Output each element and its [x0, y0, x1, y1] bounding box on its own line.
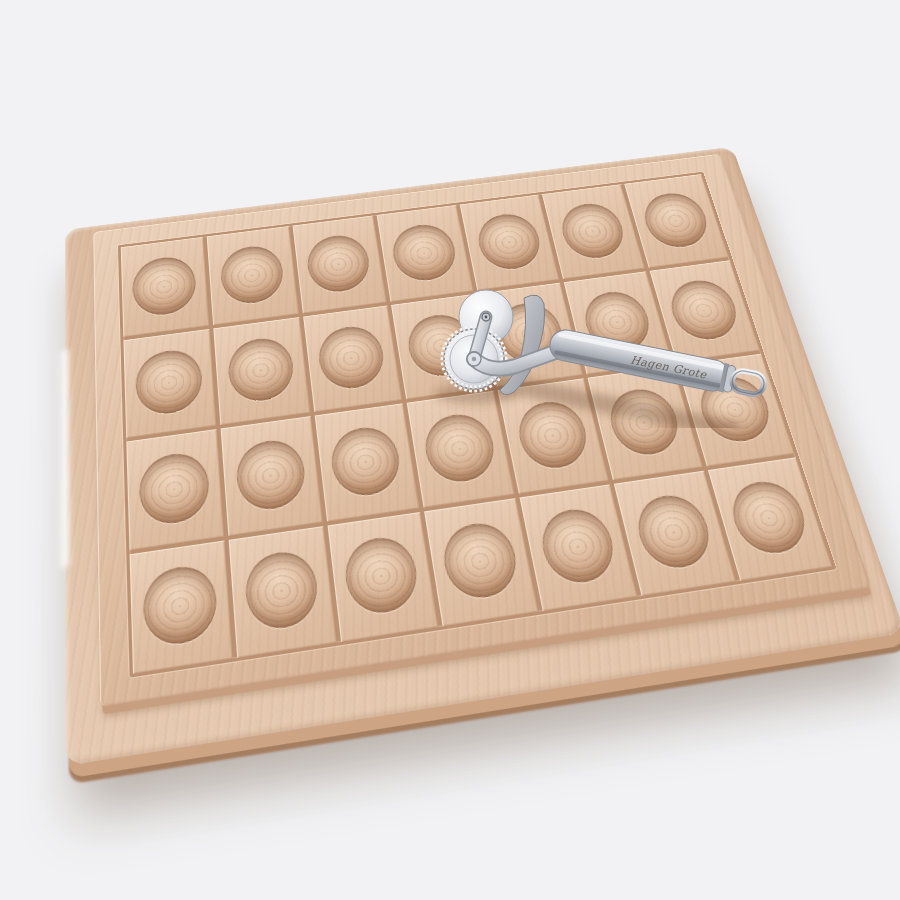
- pit-hollow: [725, 477, 814, 558]
- pit-hollow: [536, 505, 621, 588]
- pit-hollow: [135, 347, 203, 418]
- pit-r2-c2[interactable]: [214, 317, 310, 425]
- pit-hollow: [638, 190, 713, 251]
- pit-hollow: [305, 232, 374, 295]
- pit-hollow: [139, 449, 211, 528]
- pit-r4-c4[interactable]: [424, 498, 539, 627]
- pit-hollow: [234, 436, 308, 514]
- pit-hollow: [439, 519, 522, 603]
- board: [93, 154, 871, 707]
- pit-r1-c3[interactable]: [292, 215, 386, 313]
- product-photo-stage: { "game": "mancala-style wooden pit boar…: [0, 0, 900, 900]
- pit-r1-c1[interactable]: [121, 237, 210, 337]
- pit-r1-c2[interactable]: [207, 226, 299, 325]
- pit-r3-c3[interactable]: [314, 403, 419, 521]
- pit-hollow: [316, 323, 388, 393]
- pit-hollow: [243, 548, 321, 634]
- pit-r2-c3[interactable]: [303, 305, 402, 412]
- pit-hollow: [226, 335, 296, 405]
- pit-hollow: [132, 254, 197, 319]
- pit-r4-c2[interactable]: [229, 526, 336, 658]
- pit-hollow: [328, 423, 404, 500]
- pit-hollow: [342, 533, 423, 618]
- pit-r3-c2[interactable]: [221, 416, 322, 535]
- pastry-wheel-cutter: Hagen Grote: [428, 272, 780, 428]
- pit-r4-c3[interactable]: [327, 512, 438, 642]
- pit-hollow: [219, 243, 286, 307]
- pit-hollow: [556, 200, 629, 261]
- pit-r2-c1[interactable]: [123, 328, 216, 438]
- tray-edge-highlight: [61, 349, 69, 568]
- pit-hollow: [143, 562, 219, 649]
- pit-hollow: [473, 211, 545, 273]
- pit-hollow: [631, 491, 718, 573]
- scene: [50, 40, 850, 860]
- pit-r3-c1[interactable]: [126, 429, 224, 550]
- pit-r4-c1[interactable]: [130, 540, 233, 674]
